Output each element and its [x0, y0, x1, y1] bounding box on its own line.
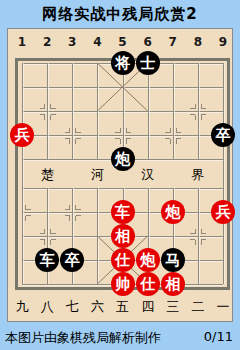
- file-label-bottom-7: 三: [163, 298, 183, 316]
- page-title: 网络实战中残局欣赏2: [0, 0, 240, 28]
- xiangqi-diagram-page: 网络实战中残局欣赏2 123456789 楚河汉界 将士兵卒炮车炮兵相车卒仕炮马…: [0, 0, 240, 350]
- piece-red-cannon: 炮: [161, 200, 185, 224]
- file-label-top-3: 3: [62, 35, 82, 49]
- file-label-top-7: 7: [163, 35, 183, 49]
- piece-red-chariot: 车: [111, 200, 135, 224]
- piece-black-horse: 马: [161, 248, 185, 272]
- river-label-char: 楚: [37, 166, 57, 184]
- river-label-char: 界: [188, 166, 208, 184]
- piece-red-soldier: 兵: [211, 200, 235, 224]
- piece-red-general: 帅: [111, 272, 135, 296]
- footer-step-counter: 0/11: [204, 329, 233, 344]
- piece-black-advisor: 士: [136, 51, 160, 75]
- piece-black-cannon: 炮: [111, 147, 135, 171]
- piece-black-soldier: 卒: [211, 123, 235, 147]
- footer-caption: 本图片由象棋残局解析制作: [5, 329, 161, 347]
- piece-red-elephant: 相: [161, 272, 185, 296]
- file-label-top-8: 8: [188, 35, 208, 49]
- file-label-bottom-8: 二: [188, 298, 208, 316]
- file-label-top-6: 6: [138, 35, 158, 49]
- river-label-char: 河: [87, 166, 107, 184]
- board-panel[interactable]: 123456789 楚河汉界 将士兵卒炮车炮兵相车卒仕炮马帅仕相 九八七六五四三…: [7, 28, 233, 322]
- footer-bar: 本图片由象棋残局解析制作 0/11: [0, 322, 240, 350]
- file-label-top-5: 5: [113, 35, 133, 49]
- file-label-top-9: 9: [213, 35, 233, 49]
- file-label-bottom-3: 七: [62, 298, 82, 316]
- piece-red-elephant: 相: [111, 224, 135, 248]
- piece-black-general: 将: [111, 51, 135, 75]
- piece-red-soldier: 兵: [10, 123, 34, 147]
- file-label-bottom-5: 五: [113, 298, 133, 316]
- piece-red-cannon: 炮: [136, 248, 160, 272]
- file-label-bottom-1: 九: [12, 298, 32, 316]
- piece-red-advisor: 仕: [136, 272, 160, 296]
- piece-red-advisor: 仕: [111, 248, 135, 272]
- file-label-bottom-4: 六: [87, 298, 107, 316]
- file-label-top-4: 4: [87, 35, 107, 49]
- file-label-bottom-9: 一: [213, 298, 233, 316]
- file-label-top-1: 1: [12, 35, 32, 49]
- piece-black-chariot: 车: [35, 248, 59, 272]
- file-label-top-2: 2: [37, 35, 57, 49]
- file-label-bottom-6: 四: [138, 298, 158, 316]
- river-label-char: 汉: [138, 166, 158, 184]
- file-label-bottom-2: 八: [37, 298, 57, 316]
